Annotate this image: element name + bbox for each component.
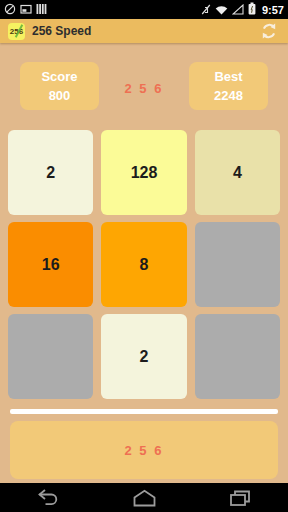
score-label: Score (41, 67, 77, 86)
tile-r1c1: 8 (101, 222, 186, 307)
app-title: 256 Speed (32, 24, 258, 38)
recents-icon[interactable] (192, 489, 288, 507)
best-label: Best (214, 67, 242, 86)
bottom-banner-text: 2 5 6 (125, 443, 164, 458)
wifi-icon (215, 1, 228, 19)
stripes-icon (36, 1, 47, 19)
score-value: 800 (49, 86, 71, 105)
do-not-disturb-icon (4, 1, 16, 19)
app-launcher-icon: 256 (8, 23, 25, 40)
back-icon[interactable] (0, 488, 96, 507)
screenshot-icon (20, 1, 32, 19)
game-logo-text: 2 5 6 (99, 81, 189, 96)
tile-r0c1: 128 (101, 130, 186, 215)
battery-icon (248, 1, 256, 19)
divider (10, 409, 278, 414)
tile-r0c0: 2 (8, 130, 93, 215)
tile-r1c2 (195, 222, 280, 307)
status-right-icons: 9:57 (201, 1, 284, 19)
clock-time: 9:57 (262, 4, 284, 16)
game-board[interactable]: 2 128 4 16 8 2 (8, 130, 280, 399)
mute-icon (201, 1, 211, 19)
home-icon[interactable] (96, 489, 192, 507)
best-value: 2248 (214, 86, 243, 105)
refresh-icon[interactable] (258, 20, 280, 42)
app-bar: 256 256 Speed (0, 19, 288, 43)
status-left-icons (4, 1, 47, 19)
tile-r2c0 (8, 314, 93, 399)
tile-r2c2 (195, 314, 280, 399)
bottom-banner[interactable]: 2 5 6 (10, 421, 278, 479)
status-bar: 9:57 (0, 0, 288, 19)
nav-bar (0, 483, 288, 512)
signal-icon (232, 1, 244, 19)
tile-r2c1: 2 (101, 314, 186, 399)
best-box: Best 2248 (189, 62, 268, 110)
score-box: Score 800 (20, 62, 99, 110)
tile-r1c0: 16 (8, 222, 93, 307)
phone-screen: 9:57 256 256 Speed Score 800 2 5 6 Best … (0, 0, 288, 512)
tile-r0c2: 4 (195, 130, 280, 215)
